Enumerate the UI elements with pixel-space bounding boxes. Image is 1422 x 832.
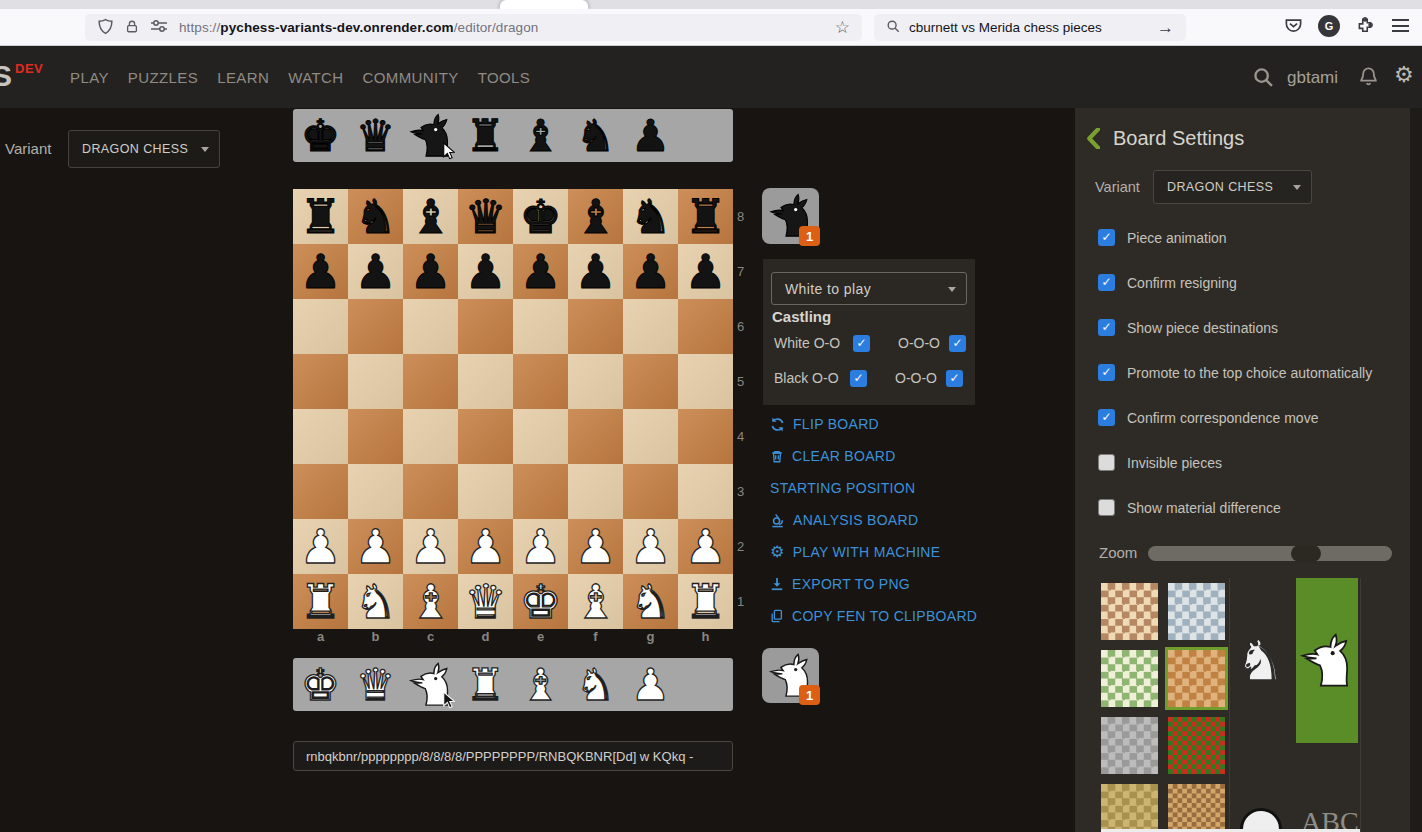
board-theme-brown[interactable]: [1101, 583, 1158, 640]
divider: [1360, 578, 1361, 832]
lock-icon[interactable]: [125, 19, 139, 37]
board-theme-olive-wood[interactable]: [1101, 784, 1158, 832]
board-theme-picker: [1101, 583, 1231, 832]
tray-piece-rook[interactable]: ♜: [458, 109, 513, 162]
square-b1[interactable]: ♞: [348, 574, 403, 629]
site-logo[interactable]: S: [0, 59, 12, 93]
rank-label: 5: [737, 354, 753, 409]
nav-community[interactable]: COMMUNITY: [363, 69, 459, 86]
white-pawn: ♟: [684, 519, 726, 574]
black-knight: ♞: [629, 189, 671, 244]
castling-white-oo-label: White O-O: [774, 335, 840, 351]
pocket-count-badge: 1: [799, 685, 820, 705]
white-pawn: ♟: [464, 519, 506, 574]
square-h3[interactable]: [678, 464, 733, 519]
white-rook: ♜: [466, 658, 505, 711]
square-e4[interactable]: [513, 409, 568, 464]
tray-piece-dragon[interactable]: [403, 658, 458, 711]
confirm-correspondence-move-checkbox[interactable]: [1098, 409, 1115, 426]
tray-piece-pawn[interactable]: ♟: [623, 658, 678, 711]
square-c2[interactable]: ♟: [403, 519, 458, 574]
action-label: FLIP BOARD: [793, 416, 879, 432]
square-a1[interactable]: ♜: [293, 574, 348, 629]
rank-label: 3: [737, 464, 753, 519]
square-e2[interactable]: ♟: [513, 519, 568, 574]
zoom-slider-track[interactable]: [1148, 546, 1392, 561]
bell-icon[interactable]: [1358, 66, 1379, 91]
square-e7[interactable]: ♟: [513, 244, 568, 299]
action-label: EXPORT TO PNG: [792, 576, 910, 592]
board-theme-christmas[interactable]: [1168, 717, 1225, 774]
chess-board[interactable]: ♜♞♝♛♚♝♞♜♟♟♟♟♟♟♟♟♟♟♟♟♟♟♟♟♜♞♝♛♚♝♞♜: [293, 189, 733, 629]
board-theme-dark-wood[interactable]: [1168, 784, 1225, 832]
castling-black-oo-checkbox[interactable]: [850, 370, 867, 387]
square-a3[interactable]: [293, 464, 348, 519]
white-rook: ♜: [299, 574, 341, 629]
nav-play[interactable]: PLAY: [70, 69, 109, 86]
square-f5[interactable]: [568, 354, 623, 409]
black-pawn: ♟: [464, 244, 506, 299]
square-g7[interactable]: ♟: [623, 244, 678, 299]
square-f6[interactable]: [568, 299, 623, 354]
microscope-icon: [770, 513, 785, 528]
white-queen: ♛: [356, 658, 395, 711]
white-bishop: ♝: [409, 574, 451, 629]
fen-input[interactable]: [293, 741, 733, 771]
square-h2[interactable]: ♟: [678, 519, 733, 574]
setting-label: Confirm correspondence move: [1127, 410, 1318, 426]
black-knight: ♞: [576, 109, 615, 162]
settings-variant-select[interactable]: DRAGON CHESS: [1153, 170, 1312, 204]
black-pawn: ♟: [684, 244, 726, 299]
pocket-icon[interactable]: [1284, 16, 1303, 39]
square-g5[interactable]: [623, 354, 678, 409]
tray-piece-king[interactable]: ♚: [293, 658, 348, 711]
divider: [1229, 578, 1230, 832]
square-h6[interactable]: [678, 299, 733, 354]
settings-title: Board Settings: [1113, 127, 1244, 150]
cursor-icon: [442, 691, 455, 710]
setting-row: Confirm correspondence move: [1098, 395, 1410, 440]
trash-icon: [770, 449, 784, 464]
black-queen: ♛: [464, 189, 506, 244]
castling-black-oo-label: Black O-O: [774, 370, 839, 386]
setting-row: Show material difference: [1098, 485, 1410, 530]
white-pawn: ♟: [299, 519, 341, 574]
analysis-board-button[interactable]: ANALYSIS BOARD: [770, 504, 990, 536]
scrollbar[interactable]: [1410, 108, 1422, 832]
variant-select[interactable]: DRAGON CHESS: [68, 130, 220, 168]
square-g4[interactable]: [623, 409, 678, 464]
setting-label: Show piece destinations: [1127, 320, 1278, 336]
nav-learn[interactable]: LEARN: [217, 69, 269, 86]
action-label: ANALYSIS BOARD: [793, 512, 918, 528]
square-b8[interactable]: ♞: [348, 189, 403, 244]
white-knight: ♞: [629, 574, 671, 629]
settings-checkbox-list: Piece animationConfirm resigningShow pie…: [1098, 215, 1410, 530]
board-theme-gray[interactable]: [1101, 717, 1158, 774]
browser-tab-strip: [0, 0, 1422, 9]
cursor-icon: [442, 142, 455, 161]
square-c3[interactable]: [403, 464, 458, 519]
board-theme-green[interactable]: [1101, 650, 1158, 707]
square-c7[interactable]: ♟: [403, 244, 458, 299]
nav-watch[interactable]: WATCH: [288, 69, 343, 86]
castling-title: Castling: [772, 308, 831, 325]
square-h7[interactable]: ♟: [678, 244, 733, 299]
tray-piece-queen[interactable]: ♛: [348, 658, 403, 711]
square-e5[interactable]: [513, 354, 568, 409]
site-search-icon[interactable]: [1252, 66, 1274, 92]
black-pawn: ♟: [409, 244, 451, 299]
square-g6[interactable]: [623, 299, 678, 354]
square-a8[interactable]: ♜: [293, 189, 348, 244]
castling-black-ooo-label: O-O-O: [895, 370, 937, 386]
tray-piece-knight[interactable]: ♞: [568, 658, 623, 711]
square-d6[interactable]: [458, 299, 513, 354]
square-d7[interactable]: ♟: [458, 244, 513, 299]
url-bar[interactable]: https://pychess-variants-dev.onrender.co…: [85, 14, 862, 41]
black-knight: ♞: [354, 189, 396, 244]
back-chevron-icon[interactable]: [1087, 128, 1100, 153]
extensions-icon[interactable]: [1356, 16, 1374, 38]
flip-board-button[interactable]: FLIP BOARD: [770, 408, 990, 440]
tray-piece-king[interactable]: ♚: [293, 109, 348, 162]
piece-set-standard[interactable]: ♞: [1234, 630, 1286, 692]
white-pocket-dragon[interactable]: 1: [762, 648, 819, 703]
browser-tab[interactable]: [500, 0, 588, 9]
piece-set-dragon-selected[interactable]: [1296, 578, 1358, 743]
tray-piece-queen[interactable]: ♛: [348, 109, 403, 162]
square-a5[interactable]: [293, 354, 348, 409]
setting-label: Promote to the top choice automatically: [1127, 365, 1372, 381]
file-label: a: [293, 629, 348, 646]
black-rook: ♜: [684, 189, 726, 244]
browser-search-bar[interactable]: cburnett vs Merida chess pieces: [874, 14, 1186, 41]
square-d1[interactable]: ♛: [458, 574, 513, 629]
white-pawn: ♟: [629, 519, 671, 574]
black-bishop: ♝: [574, 189, 616, 244]
tray-piece-bishop[interactable]: ♝: [513, 658, 568, 711]
rank-label: 2: [737, 519, 753, 574]
square-e6[interactable]: [513, 299, 568, 354]
copy-fen-to-clipboard-button[interactable]: COPY FEN TO CLIPBOARD: [770, 600, 990, 632]
browser-search-input[interactable]: cburnett vs Merida chess pieces: [909, 20, 1102, 35]
nav-tools[interactable]: TOOLS: [478, 69, 531, 86]
square-a4[interactable]: [293, 409, 348, 464]
square-d2[interactable]: ♟: [458, 519, 513, 574]
square-h8[interactable]: ♜: [678, 189, 733, 244]
file-label: e: [513, 629, 568, 646]
square-a2[interactable]: ♟: [293, 519, 348, 574]
clear-board-button[interactable]: CLEAR BOARD: [770, 440, 990, 472]
white-knight: ♞: [576, 658, 615, 711]
white-queen: ♛: [464, 574, 506, 629]
gear-icon[interactable]: [1394, 62, 1414, 88]
square-a7[interactable]: ♟: [293, 244, 348, 299]
square-d4[interactable]: [458, 409, 513, 464]
setting-row: Promote to the top choice automatically: [1098, 350, 1410, 395]
file-label: b: [348, 629, 403, 646]
square-g8[interactable]: ♞: [623, 189, 678, 244]
go-arrow-icon[interactable]: [1157, 18, 1174, 38]
file-label: f: [568, 629, 623, 646]
rank-label: 6: [737, 299, 753, 354]
castling-black-ooo-checkbox[interactable]: [946, 370, 963, 387]
nav-puzzles[interactable]: PUZZLES: [128, 69, 198, 86]
setting-label: Piece animation: [1127, 230, 1227, 246]
action-label: PLAY WITH MACHINE: [793, 544, 941, 560]
black-rook: ♜: [299, 189, 341, 244]
square-c4[interactable]: [403, 409, 458, 464]
main-nav: PLAYPUZZLESLEARNWATCHCOMMUNITYTOOLS: [70, 46, 530, 108]
action-label: STARTING POSITION: [770, 480, 915, 496]
square-e8[interactable]: ♚: [513, 189, 568, 244]
white-pawn: ♟: [519, 519, 561, 574]
castling-white-ooo-label: O-O-O: [898, 335, 940, 351]
rank-label: 1: [737, 574, 753, 629]
black-pawn: ♟: [299, 244, 341, 299]
black-king: ♚: [519, 189, 561, 244]
square-b5[interactable]: [348, 354, 403, 409]
white-rook: ♜: [684, 574, 726, 629]
tray-piece-pawn[interactable]: ♟: [623, 109, 678, 162]
tray-piece-knight[interactable]: ♞: [568, 109, 623, 162]
square-c6[interactable]: [403, 299, 458, 354]
piece-animation-checkbox[interactable]: [1098, 229, 1115, 246]
board-theme-blue[interactable]: [1168, 583, 1225, 640]
square-b3[interactable]: [348, 464, 403, 519]
variant-label: Variant: [5, 140, 51, 157]
menu-icon[interactable]: [1392, 19, 1409, 36]
square-b6[interactable]: [348, 299, 403, 354]
promote-to-the-top-choice-automatically-checkbox[interactable]: [1098, 364, 1115, 381]
username-link[interactable]: gbtami: [1287, 68, 1338, 88]
copy-icon: [770, 609, 784, 623]
turn-select[interactable]: White to play: [771, 272, 967, 305]
square-d3[interactable]: [458, 464, 513, 519]
setting-row: Invisible pieces: [1098, 440, 1410, 485]
bookmark-star-icon[interactable]: [835, 17, 850, 38]
file-label: c: [403, 629, 458, 646]
square-e3[interactable]: [513, 464, 568, 519]
board-theme-wood[interactable]: [1168, 650, 1225, 707]
castling-white-ooo-checkbox[interactable]: [949, 335, 966, 352]
tray-piece-bishop[interactable]: ♝: [513, 109, 568, 162]
action-label: COPY FEN TO CLIPBOARD: [792, 608, 977, 624]
confirm-resigning-checkbox[interactable]: [1098, 274, 1115, 291]
white-pawn: ♟: [354, 519, 396, 574]
setting-row: Piece animation: [1098, 215, 1410, 260]
setting-label: Invisible pieces: [1127, 455, 1222, 471]
rank-label: 8: [737, 189, 753, 244]
black-piece-tray: ♚♛♜♝♞♟: [293, 109, 733, 162]
dev-badge: DEV: [15, 61, 43, 76]
rank-label: 4: [737, 409, 753, 464]
square-b4[interactable]: [348, 409, 403, 464]
show-material-difference-checkbox[interactable]: [1098, 499, 1115, 516]
black-pawn: ♟: [519, 244, 561, 299]
white-knight: ♞: [354, 574, 396, 629]
black-pawn: ♟: [629, 244, 671, 299]
square-c8[interactable]: ♝: [403, 189, 458, 244]
settings-variant-label: Variant: [1095, 179, 1140, 195]
square-f4[interactable]: [568, 409, 623, 464]
file-label: h: [678, 629, 733, 646]
black-pawn: ♟: [631, 109, 670, 162]
square-h4[interactable]: [678, 409, 733, 464]
square-f2[interactable]: ♟: [568, 519, 623, 574]
gears-icon: [770, 544, 785, 560]
show-piece-destinations-checkbox[interactable]: [1098, 319, 1115, 336]
square-d5[interactable]: [458, 354, 513, 409]
black-pawn: ♟: [354, 244, 396, 299]
tray-piece-rook[interactable]: ♜: [458, 658, 513, 711]
file-label: d: [458, 629, 513, 646]
square-f1[interactable]: ♝: [568, 574, 623, 629]
editor-actions: FLIP BOARDCLEAR BOARDSTARTING POSITIONAN…: [770, 408, 990, 632]
action-label: CLEAR BOARD: [792, 448, 896, 464]
black-king: ♚: [301, 109, 340, 162]
shield-icon[interactable]: [97, 18, 114, 38]
square-b2[interactable]: ♟: [348, 519, 403, 574]
square-b7[interactable]: ♟: [348, 244, 403, 299]
tray-piece-dragon[interactable]: [403, 109, 458, 162]
square-g2[interactable]: ♟: [623, 519, 678, 574]
black-queen: ♛: [356, 109, 395, 162]
page-url: https://pychess-variants-dev.onrender.co…: [179, 20, 538, 35]
zoom-slider-thumb[interactable]: [1291, 545, 1321, 562]
export-to-png-button[interactable]: EXPORT TO PNG: [770, 568, 990, 600]
play-with-machine-button[interactable]: PLAY WITH MACHINE: [770, 536, 990, 568]
white-bishop: ♝: [521, 658, 560, 711]
black-rook: ♜: [466, 109, 505, 162]
setting-row: Show piece destinations: [1098, 305, 1410, 350]
square-c1[interactable]: ♝: [403, 574, 458, 629]
screen: https://pychess-variants-dev.onrender.co…: [0, 0, 1422, 832]
setting-label: Show material difference: [1127, 500, 1281, 516]
permissions-icon[interactable]: [150, 19, 168, 36]
square-f8[interactable]: ♝: [568, 189, 623, 244]
square-g3[interactable]: [623, 464, 678, 519]
file-label: g: [623, 629, 678, 646]
square-e1[interactable]: ♚: [513, 574, 568, 629]
setting-row: Confirm resigning: [1098, 260, 1410, 305]
flip-icon: [770, 417, 785, 432]
square-d8[interactable]: ♛: [458, 189, 513, 244]
square-h1[interactable]: ♜: [678, 574, 733, 629]
rank-label: 7: [737, 244, 753, 299]
black-bishop: ♝: [409, 189, 451, 244]
square-c5[interactable]: [403, 354, 458, 409]
castling-white-oo-checkbox[interactable]: [853, 335, 870, 352]
white-pawn: ♟: [409, 519, 451, 574]
square-a6[interactable]: [293, 299, 348, 354]
square-f7[interactable]: ♟: [568, 244, 623, 299]
search-icon: [886, 19, 900, 36]
white-bishop: ♝: [574, 574, 616, 629]
setting-label: Confirm resigning: [1127, 275, 1237, 291]
square-g1[interactable]: ♞: [623, 574, 678, 629]
white-pawn: ♟: [574, 519, 616, 574]
white-pawn: ♟: [631, 658, 670, 711]
zoom-label: Zoom: [1099, 544, 1137, 561]
pocket-count-badge: 1: [799, 226, 820, 246]
black-pocket-dragon[interactable]: 1: [762, 188, 819, 244]
square-h5[interactable]: [678, 354, 733, 409]
white-king: ♚: [519, 574, 561, 629]
starting-position-button[interactable]: STARTING POSITION: [770, 472, 990, 504]
white-king: ♚: [301, 658, 340, 711]
download-icon: [770, 577, 784, 591]
invisible-pieces-checkbox[interactable]: [1098, 454, 1115, 471]
browser-avatar[interactable]: G: [1318, 15, 1340, 37]
black-bishop: ♝: [521, 109, 560, 162]
square-f3[interactable]: [568, 464, 623, 519]
black-pawn: ♟: [574, 244, 616, 299]
dragon-piece-icon: [1299, 633, 1355, 689]
white-piece-tray: ♚♛♜♝♞♟: [293, 658, 733, 711]
